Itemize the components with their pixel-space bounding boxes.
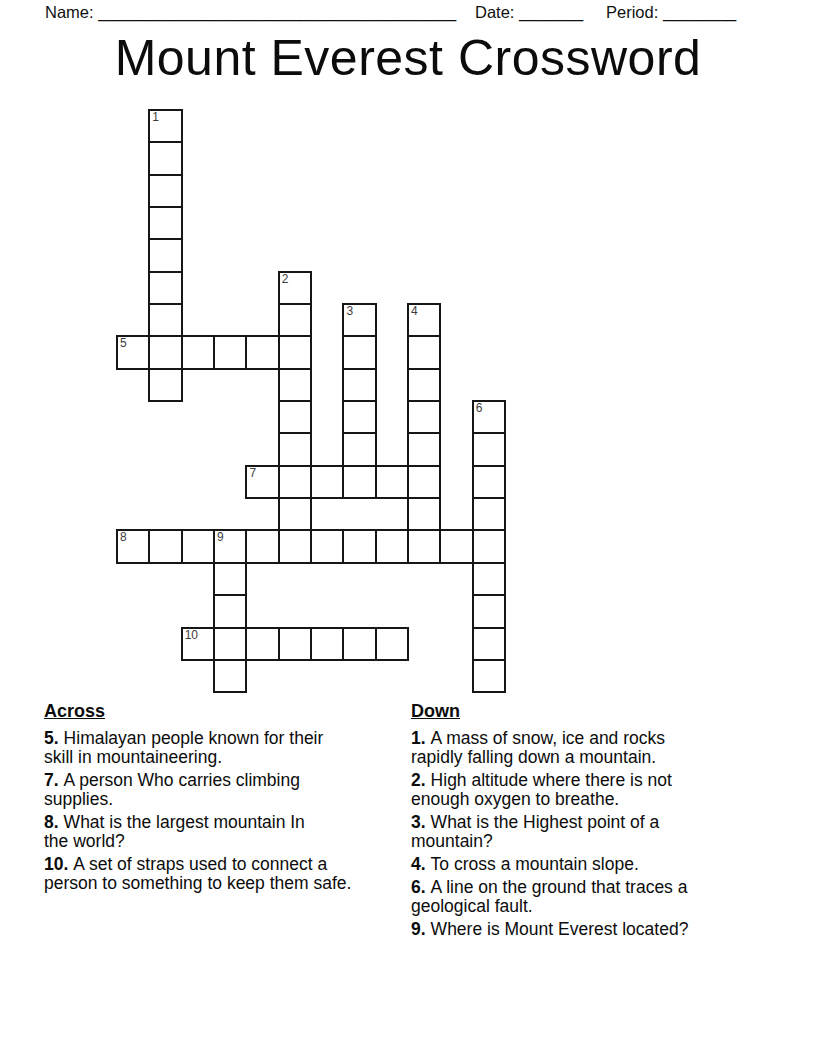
- grid-cell-r13c10[interactable]: [439, 529, 473, 563]
- grid-cell-r12c5[interactable]: [278, 497, 312, 531]
- date-blank-line: _______: [519, 3, 583, 21]
- grid-cell-r16c11[interactable]: [472, 627, 506, 661]
- grid-cell-r7c3[interactable]: [213, 335, 247, 369]
- grid-cell-r0c1[interactable]: 1: [148, 109, 182, 143]
- grid-cell-r7c4[interactable]: [245, 335, 279, 369]
- clue-across-8-text: What is the largest mountain Inthe world…: [44, 812, 305, 851]
- grid-cell-r7c7[interactable]: [342, 335, 376, 369]
- down-heading: Down: [411, 702, 783, 721]
- grid-cell-r16c2[interactable]: 10: [181, 627, 215, 661]
- crossword-grid: 12345678910: [117, 110, 505, 692]
- grid-cell-r2c1[interactable]: [148, 174, 182, 208]
- grid-cell-r13c0[interactable]: 8: [116, 529, 150, 563]
- clue-down-3: 3.What is the Highest point of amountain…: [411, 813, 783, 851]
- grid-cell-r7c0[interactable]: 5: [116, 335, 150, 369]
- grid-cell-r7c5[interactable]: [278, 335, 312, 369]
- date-field: Date: _______: [475, 2, 583, 22]
- clue-number-8: 8: [120, 531, 127, 544]
- grid-cell-r13c1[interactable]: [148, 529, 182, 563]
- clue-across-7-number: 7.: [44, 770, 59, 790]
- clue-number-5: 5: [120, 337, 127, 350]
- grid-cell-r10c5[interactable]: [278, 432, 312, 466]
- name-field: Name: __________________________________…: [45, 2, 456, 22]
- clue-number-4: 4: [411, 305, 418, 318]
- grid-cell-r6c1[interactable]: [148, 303, 182, 337]
- grid-cell-r16c3[interactable]: [213, 627, 247, 661]
- grid-cell-r6c7[interactable]: 3: [342, 303, 376, 337]
- grid-cell-r13c6[interactable]: [310, 529, 344, 563]
- period-field: Period: ________: [606, 2, 736, 22]
- grid-cell-r14c11[interactable]: [472, 562, 506, 596]
- grid-cell-r12c11[interactable]: [472, 497, 506, 531]
- grid-cell-r17c11[interactable]: [472, 659, 506, 693]
- clue-down-4-text: To cross a mountain slope.: [431, 854, 639, 874]
- grid-cell-r8c5[interactable]: [278, 368, 312, 402]
- clue-down-3-number: 3.: [411, 812, 426, 832]
- clue-down-6-number: 6.: [411, 877, 426, 897]
- clue-down-1-text: A mass of snow, ice and rocksrapidly fal…: [411, 728, 665, 767]
- clue-down-2-number: 2.: [411, 770, 426, 790]
- grid-cell-r7c2[interactable]: [181, 335, 215, 369]
- name-blank-line: _______________________________________: [98, 3, 456, 21]
- down-clues-section: Down 1.A mass of snow, ice and rocksrapi…: [411, 702, 783, 943]
- grid-cell-r11c5[interactable]: [278, 465, 312, 499]
- period-blank-line: ________: [663, 3, 736, 21]
- grid-cell-r13c11[interactable]: [472, 529, 506, 563]
- clue-down-4-number: 4.: [411, 854, 426, 874]
- grid-cell-r13c4[interactable]: [245, 529, 279, 563]
- grid-cell-r11c9[interactable]: [407, 465, 441, 499]
- grid-cell-r1c1[interactable]: [148, 141, 182, 175]
- grid-cell-r11c8[interactable]: [375, 465, 409, 499]
- grid-cell-r13c7[interactable]: [342, 529, 376, 563]
- clue-across-7-text: A person Who carries climbingsupplies.: [44, 770, 300, 809]
- clue-down-6-text: A line on the ground that traces ageolog…: [411, 877, 687, 916]
- clue-across-5: 5.Himalayan people known for theirskill …: [44, 729, 408, 767]
- grid-cell-r16c8[interactable]: [375, 627, 409, 661]
- grid-cell-r9c11[interactable]: 6: [472, 400, 506, 434]
- clue-down-4: 4.To cross a mountain slope.: [411, 855, 783, 874]
- grid-cell-r12c9[interactable]: [407, 497, 441, 531]
- clue-across-10: 10.A set of straps used to connect apers…: [44, 855, 408, 893]
- clue-across-5-number: 5.: [44, 728, 59, 748]
- clue-down-2: 2.High altitude where there is notenough…: [411, 771, 783, 809]
- period-label: Period:: [606, 3, 658, 21]
- grid-cell-r15c3[interactable]: [213, 594, 247, 628]
- clue-number-6: 6: [476, 402, 483, 415]
- worksheet-page: Name: __________________________________…: [0, 0, 816, 1056]
- clue-number-2: 2: [282, 273, 289, 286]
- grid-cell-r11c7[interactable]: [342, 465, 376, 499]
- grid-cell-r10c9[interactable]: [407, 432, 441, 466]
- grid-cell-r16c7[interactable]: [342, 627, 376, 661]
- across-heading: Across: [44, 702, 408, 721]
- grid-cell-r14c3[interactable]: [213, 562, 247, 596]
- grid-cell-r13c8[interactable]: [375, 529, 409, 563]
- grid-cell-r16c5[interactable]: [278, 627, 312, 661]
- clue-number-10: 10: [185, 629, 198, 642]
- grid-cell-r13c3[interactable]: 9: [213, 529, 247, 563]
- grid-cell-r6c9[interactable]: 4: [407, 303, 441, 337]
- grid-cell-r11c6[interactable]: [310, 465, 344, 499]
- clue-across-7: 7.A person Who carries climbingsupplies.: [44, 771, 408, 809]
- grid-cell-r3c1[interactable]: [148, 206, 182, 240]
- grid-cell-r13c2[interactable]: [181, 529, 215, 563]
- grid-cell-r10c7[interactable]: [342, 432, 376, 466]
- grid-cell-r8c7[interactable]: [342, 368, 376, 402]
- clue-down-2-text: High altitude where there is notenough o…: [411, 770, 672, 809]
- across-clues-section: Across 5.Himalayan people known for thei…: [44, 702, 408, 897]
- grid-cell-r7c1[interactable]: [148, 335, 182, 369]
- clue-number-9: 9: [217, 531, 224, 544]
- grid-cell-r5c1[interactable]: [148, 271, 182, 305]
- grid-cell-r15c11[interactable]: [472, 594, 506, 628]
- clue-across-5-text: Himalayan people known for theirskill in…: [44, 728, 323, 767]
- clue-across-10-number: 10.: [44, 854, 68, 874]
- clue-across-8: 8.What is the largest mountain Inthe wor…: [44, 813, 408, 851]
- grid-cell-r8c1[interactable]: [148, 368, 182, 402]
- clue-number-3: 3: [346, 305, 353, 318]
- clue-down-3-text: What is the Highest point of amountain?: [411, 812, 659, 851]
- name-label: Name:: [45, 3, 94, 21]
- clue-number-1: 1: [152, 111, 159, 124]
- grid-cell-r10c11[interactable]: [472, 432, 506, 466]
- grid-cell-r13c9[interactable]: [407, 529, 441, 563]
- grid-cell-r5c5[interactable]: 2: [278, 271, 312, 305]
- grid-cell-r8c9[interactable]: [407, 368, 441, 402]
- grid-cell-r9c9[interactable]: [407, 400, 441, 434]
- clue-down-9: 9.Where is Mount Everest located?: [411, 920, 783, 939]
- clue-number-7: 7: [249, 467, 256, 480]
- grid-cell-r13c5[interactable]: [278, 529, 312, 563]
- clue-down-9-number: 9.: [411, 919, 426, 939]
- clue-down-9-text: Where is Mount Everest located?: [431, 919, 689, 939]
- grid-cell-r4c1[interactable]: [148, 238, 182, 272]
- date-label: Date:: [475, 3, 514, 21]
- grid-cell-r7c9[interactable]: [407, 335, 441, 369]
- clue-across-10-text: A set of straps used to connect aperson …: [44, 854, 351, 893]
- grid-cell-r6c5[interactable]: [278, 303, 312, 337]
- grid-cell-r16c6[interactable]: [310, 627, 344, 661]
- grid-cell-r9c7[interactable]: [342, 400, 376, 434]
- grid-cell-r9c5[interactable]: [278, 400, 312, 434]
- page-title: Mount Everest Crossword: [0, 33, 816, 83]
- grid-cell-r17c3[interactable]: [213, 659, 247, 693]
- clue-down-1-number: 1.: [411, 728, 426, 748]
- grid-cell-r16c4[interactable]: [245, 627, 279, 661]
- clue-down-1: 1.A mass of snow, ice and rocksrapidly f…: [411, 729, 783, 767]
- clue-down-6: 6.A line on the ground that traces ageol…: [411, 878, 783, 916]
- grid-cell-r11c4[interactable]: 7: [245, 465, 279, 499]
- grid-cell-r11c11[interactable]: [472, 465, 506, 499]
- clue-across-8-number: 8.: [44, 812, 59, 832]
